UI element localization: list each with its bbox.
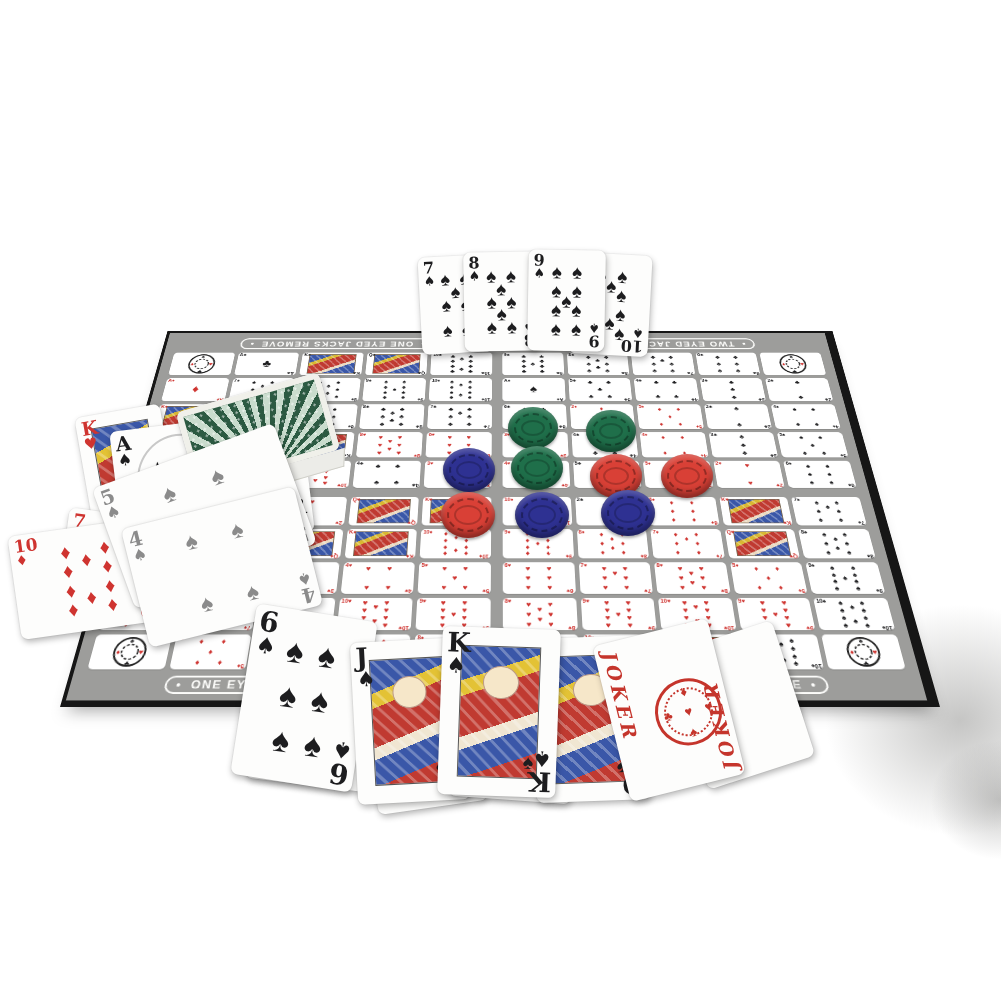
cell-index: A♦ bbox=[168, 379, 175, 383]
pip: ♦ bbox=[696, 549, 701, 556]
pip: ♣ bbox=[717, 368, 723, 373]
pip: ♠ bbox=[793, 659, 799, 667]
board-cell-r1c1[interactable]: ♠♥♣♦ bbox=[168, 353, 235, 375]
board-cell-r2c7[interactable]: 5♣5♣♣♣♣♣♣ bbox=[568, 378, 632, 401]
cell-index: 7♦ bbox=[244, 624, 252, 629]
cell-index: 3♣ bbox=[701, 379, 708, 383]
cell-index: 4♦ bbox=[700, 453, 706, 457]
cell-index: 8♥ bbox=[360, 433, 367, 437]
pip: ♥ bbox=[397, 442, 402, 448]
pip: ♠ bbox=[331, 414, 336, 420]
pip-area: ♥♥♥♥♥♥♥♥ bbox=[367, 434, 413, 456]
board-cell-r7c8[interactable]: 7♦7♦♦♦♦♦♦♦♦ bbox=[650, 529, 724, 559]
pip: ♠ bbox=[846, 549, 852, 556]
cell-index: 8♥ bbox=[414, 453, 421, 457]
pip: ♣ bbox=[798, 394, 804, 399]
board-cell-r1c10[interactable]: ♠♥♣♦ bbox=[760, 353, 827, 375]
pip: ♥ bbox=[677, 565, 683, 572]
chip-blue-r5c5[interactable] bbox=[443, 448, 495, 492]
joker-emblem-suit: ♣ bbox=[662, 708, 674, 725]
pip: ♣ bbox=[604, 361, 609, 366]
board-cell-r8c6[interactable]: 6♥6♥♥♥♥♥♥♥ bbox=[503, 562, 576, 593]
pip: ♥ bbox=[678, 574, 684, 581]
svg-text:♣: ♣ bbox=[792, 369, 798, 374]
joker-emblem-suit: ♠ bbox=[688, 724, 698, 740]
cell-index: 8♠ bbox=[800, 530, 807, 535]
pip: ♠ bbox=[506, 266, 516, 285]
board-cell-r4c10[interactable]: 5♠5♠♠♠♠♠♠ bbox=[777, 432, 848, 458]
pip: ♠ bbox=[810, 442, 815, 448]
pip: ♥ bbox=[467, 434, 472, 440]
cell-index: 7♠ bbox=[793, 498, 800, 503]
pip: ♣ bbox=[730, 387, 736, 392]
board-cell-r2c8[interactable]: 4♣4♣♣♣♣♣ bbox=[634, 378, 700, 401]
pip: ♠ bbox=[198, 591, 215, 616]
pip: ♥ bbox=[624, 584, 630, 591]
cell-index: 3♥ bbox=[427, 462, 434, 466]
pip-area: ♣♣♣♣♣♣♣ bbox=[438, 406, 481, 427]
cell-index: 9♦ bbox=[565, 553, 571, 558]
pip: ♠ bbox=[159, 480, 179, 507]
pip: ♥ bbox=[547, 574, 552, 581]
pip: ♣ bbox=[448, 406, 453, 411]
board-cell-r2c9[interactable]: 3♣3♣♣♣♣ bbox=[700, 378, 767, 401]
pip: ♥ bbox=[605, 621, 611, 629]
cell-index: 6♠ bbox=[347, 424, 353, 428]
board-cell-r8c7[interactable]: 7♥7♥♥♥♥♥♥♥♥ bbox=[578, 562, 653, 593]
pip: ♣ bbox=[736, 422, 742, 428]
card-corner-index: K♠ bbox=[446, 630, 471, 677]
pip: ♠ bbox=[325, 390, 330, 395]
cell-index: A♣ bbox=[239, 353, 247, 357]
pip: ♥ bbox=[442, 565, 447, 572]
cell-index: 5♦ bbox=[237, 663, 245, 669]
pip: ♠ bbox=[552, 262, 562, 281]
board-cell-r9c7[interactable]: 9♥9♥♥♥♥♥♥♥♥♥♥ bbox=[580, 598, 657, 631]
cell-index: 10♥ bbox=[660, 599, 671, 604]
cell-index: 10♦ bbox=[423, 530, 433, 535]
board-cell-r4c8[interactable]: 4♦4♦♦♦♦♦ bbox=[640, 432, 709, 458]
board-cell-r3c8[interactable]: 5♦5♦♦♦♦♦♦ bbox=[637, 404, 704, 428]
card-corner-index: 4♠ bbox=[127, 529, 149, 565]
pip: ♣ bbox=[728, 379, 734, 384]
board-cell-r1c7[interactable]: 8♣8♣♣♣♣♣♣♣♣♣ bbox=[567, 353, 630, 375]
pip-area: ♣♣♣♣♣ bbox=[578, 380, 621, 400]
pip: ♠ bbox=[449, 395, 453, 400]
pip-area: ♦♦♦♦♦♦♦ bbox=[662, 531, 712, 556]
pip: ♥ bbox=[373, 603, 379, 610]
cell-index: 5♣ bbox=[574, 462, 581, 466]
board-cell-r9c9[interactable]: 9♥9♥♥♥♥♥♥♥♥♥♥ bbox=[736, 598, 816, 631]
pip: ♥ bbox=[447, 434, 452, 440]
pip: ♣ bbox=[468, 369, 473, 374]
cell-index: 8♣ bbox=[363, 405, 370, 409]
pip: ♣ bbox=[653, 380, 658, 385]
board-cell-r7c9[interactable]: Q♥Q♥ bbox=[724, 529, 800, 559]
cell-index: 10♠ bbox=[882, 624, 894, 629]
board-cell-r2c4[interactable]: 9♠9♠♠♠♠♠♠♠♠♠♠ bbox=[362, 378, 426, 401]
board-cell-r5c9[interactable]: 2♥2♥♥♥ bbox=[713, 461, 785, 488]
svg-text:♦: ♦ bbox=[190, 361, 195, 366]
pip: ♥ bbox=[601, 565, 606, 572]
pip: ♣ bbox=[587, 368, 592, 373]
pip: ♠ bbox=[440, 271, 450, 289]
face-card-art bbox=[353, 531, 409, 556]
pip: ♠ bbox=[604, 314, 615, 334]
cell-index: 5♦ bbox=[732, 563, 739, 568]
board-cell-r1c4[interactable]: Q♣Q♣ bbox=[365, 353, 428, 375]
pip: ♠ bbox=[825, 503, 831, 509]
board-cell-r3c4[interactable]: 8♣8♣♣♣♣♣♣♣♣♣ bbox=[359, 404, 425, 428]
cell-index: 9♠ bbox=[808, 563, 816, 568]
cell-index: 8♣ bbox=[568, 353, 574, 357]
cell-index: 5♠ bbox=[840, 453, 847, 457]
svg-text:♠: ♠ bbox=[201, 354, 206, 359]
board-cell-r3c5[interactable]: 7♣7♣♣♣♣♣♣♣♣ bbox=[427, 404, 492, 428]
pip: ♦ bbox=[610, 536, 615, 543]
cell-index: 2♥ bbox=[776, 483, 783, 487]
pip-area: ♠♠♠♠♠♠♠ bbox=[803, 499, 855, 523]
ace-pip: ♠ bbox=[530, 384, 537, 396]
pip: ♠ bbox=[807, 471, 813, 477]
chip-blue-r6c6[interactable] bbox=[515, 492, 569, 538]
pip: ♣ bbox=[588, 380, 593, 385]
cell-index: 6♥ bbox=[505, 563, 512, 568]
cell-index: 5♦ bbox=[798, 588, 806, 593]
cell-index: Q♥ bbox=[726, 530, 735, 535]
cell-index: 4♣ bbox=[635, 379, 642, 383]
pip: ♠ bbox=[244, 579, 261, 604]
pip: ♦ bbox=[221, 638, 227, 646]
face-card-art bbox=[727, 499, 784, 523]
pip: ♦ bbox=[454, 547, 458, 554]
cell-index: 4♠ bbox=[773, 405, 780, 409]
pip: ♠ bbox=[561, 291, 571, 310]
pip: ♠ bbox=[507, 317, 517, 336]
cell-index: 5♦ bbox=[638, 405, 644, 409]
board-cell-r6c8[interactable]: 6♦6♦♦♦♦♦♦♦ bbox=[647, 497, 719, 525]
pip: ♦ bbox=[443, 550, 447, 557]
pip: ♦ bbox=[80, 548, 93, 569]
pip: ♥ bbox=[526, 610, 531, 617]
pip: ♦ bbox=[546, 550, 550, 557]
cell-index: 2♣ bbox=[767, 379, 774, 383]
board-cell-r6c4[interactable]: Q♥Q♥ bbox=[348, 497, 419, 525]
cell-index: K♦ bbox=[349, 530, 357, 535]
top-left-rule-oval: ONE EYED JACKS REMOVE bbox=[239, 338, 434, 349]
cell-index: Q♣ bbox=[418, 371, 426, 375]
face-card-art bbox=[733, 531, 792, 556]
pip: ♠ bbox=[551, 300, 561, 319]
board-cell-r8c8[interactable]: 8♥8♥♥♥♥♥♥♥♥♥ bbox=[654, 562, 730, 593]
cell-index: 3♥ bbox=[327, 588, 335, 593]
pip-area: ♦♦♦♦ bbox=[651, 434, 698, 456]
board-cell-r8c5[interactable]: 5♥5♥♥♥♥♥♥ bbox=[418, 562, 491, 593]
pip: ♦ bbox=[694, 531, 699, 538]
cell-index: 4♥ bbox=[405, 588, 412, 593]
board-cell-r8c10[interactable]: 9♠9♠♠♠♠♠♠♠♠♠♠ bbox=[806, 562, 886, 593]
pip-area: ♦♦♦♦♦ bbox=[742, 565, 795, 592]
pip: ♠ bbox=[798, 434, 803, 440]
pip: ♥ bbox=[526, 574, 531, 581]
pip: ♠ bbox=[486, 292, 496, 311]
pip: ♠ bbox=[392, 387, 396, 392]
board-cell-r1c5[interactable]: 10♣10♣♣♣♣♣♣♣♣♣♣♣ bbox=[431, 353, 493, 375]
board-cell-r9c10[interactable]: 10♠10♠♠♠♠♠♠♠♠♠♠♠ bbox=[813, 598, 895, 631]
pip: ♥ bbox=[546, 565, 551, 572]
pip: ♠ bbox=[805, 463, 810, 469]
pip-area: ♣♣ bbox=[715, 406, 762, 427]
chip-green-r4c7[interactable] bbox=[586, 410, 636, 452]
pip: ♦ bbox=[621, 540, 626, 547]
board-cell-r4c9[interactable]: 3♣3♣♣♣♣ bbox=[708, 432, 778, 458]
pip: ♣ bbox=[650, 354, 655, 359]
pip: ♠ bbox=[252, 380, 257, 385]
pip: ♠ bbox=[487, 318, 497, 337]
pip: ♦ bbox=[676, 549, 681, 556]
cell-index: 2♦ bbox=[571, 405, 577, 409]
board-cell-r1c9[interactable]: 6♣6♣♣♣♣♣♣♣ bbox=[695, 353, 760, 375]
pip: ♥ bbox=[537, 605, 542, 612]
pip: ♥ bbox=[377, 450, 382, 456]
cell-index: 10♠ bbox=[432, 379, 441, 383]
pip-area: ♣♣ bbox=[776, 380, 823, 400]
pip: ♥ bbox=[388, 438, 393, 444]
svg-text:♦: ♦ bbox=[116, 648, 122, 655]
pip: ♣ bbox=[674, 394, 679, 399]
pip: ♥ bbox=[447, 442, 452, 448]
pip: ♣ bbox=[375, 463, 381, 469]
pip: ♣ bbox=[467, 414, 472, 420]
pip: ♥ bbox=[387, 446, 392, 452]
cell-index: 10♦ bbox=[480, 553, 490, 558]
pip: ♠ bbox=[825, 463, 831, 469]
pip-area: ♣♣♣♣♣♣♣♣♣♣ bbox=[441, 354, 482, 373]
cell-index: 8♣ bbox=[415, 424, 422, 428]
cell-index: 3♣ bbox=[710, 433, 717, 437]
board-cell-r3c9[interactable]: 2♣2♣♣♣ bbox=[704, 404, 772, 428]
cell-index: K♦ bbox=[406, 553, 414, 558]
pip: ♥ bbox=[466, 442, 471, 448]
pip: ♥ bbox=[548, 620, 553, 628]
pip-area: ♥♥♥♥♥♥ bbox=[515, 565, 564, 592]
pip: ♠ bbox=[228, 518, 245, 543]
cell-index: 9♦ bbox=[504, 530, 510, 535]
cell-index: 6♠ bbox=[848, 483, 855, 487]
board-cell-r2c5[interactable]: 10♠10♠♠♠♠♠♠♠♠♠♠♠ bbox=[429, 378, 492, 401]
board-cell-r1c3[interactable]: K♣K♣ bbox=[299, 353, 363, 375]
board-cell-r2c1[interactable]: A♦A♦♦ bbox=[161, 378, 229, 401]
cell-index: 9♠ bbox=[875, 588, 883, 593]
pip-area: ♣♣♣♣ bbox=[364, 463, 411, 486]
card-corner-index: 10♦ bbox=[13, 537, 40, 569]
chip-blue-r6c7[interactable] bbox=[601, 490, 655, 536]
cell-index: 4♣ bbox=[411, 483, 418, 487]
cell-index: 10♥ bbox=[723, 624, 734, 629]
pip: ♠ bbox=[810, 406, 815, 411]
pip: ♠ bbox=[827, 471, 833, 477]
pip: ♠ bbox=[496, 279, 506, 298]
pip: ♣ bbox=[399, 414, 404, 420]
pip: ♠ bbox=[821, 450, 826, 456]
pip: ♥ bbox=[547, 584, 552, 591]
pip: ♥ bbox=[364, 584, 370, 591]
svg-text:♥: ♥ bbox=[209, 361, 214, 366]
pip: ♦ bbox=[695, 540, 700, 547]
cell-index: 10♥ bbox=[341, 599, 352, 604]
card-corner-index: 10♠ bbox=[620, 324, 644, 352]
joker-emblem-suit: ♦ bbox=[678, 683, 688, 699]
pip: ♦ bbox=[753, 565, 758, 572]
card-9S[interactable]: 9♠9♠♠♠♠♠♠♠♠♠♠ bbox=[527, 249, 606, 351]
pip: ♠ bbox=[829, 479, 835, 485]
chip-green-r5c6[interactable] bbox=[511, 446, 563, 490]
svg-text:♠: ♠ bbox=[130, 638, 136, 645]
pip: ♦ bbox=[684, 536, 689, 543]
pip: ♠ bbox=[309, 683, 331, 718]
cell-index: Q♣ bbox=[369, 353, 377, 357]
cell-index: 6♣ bbox=[697, 353, 704, 357]
pip: ♦ bbox=[766, 574, 772, 581]
ace-pip: ♦ bbox=[191, 384, 201, 396]
board-cell-r6c10[interactable]: 7♠7♠♠♠♠♠♠♠♠ bbox=[791, 497, 867, 525]
pip: ♥ bbox=[548, 600, 553, 607]
pip: ♣ bbox=[459, 356, 464, 361]
board-cell-r1c6[interactable]: 9♣9♣♣♣♣♣♣♣♣♣♣ bbox=[502, 353, 564, 375]
pip: ♠ bbox=[571, 319, 581, 338]
pip: ♦ bbox=[670, 508, 675, 514]
board-cell-r9c6[interactable]: 8♥8♥♥♥♥♥♥♥♥♥ bbox=[503, 598, 578, 631]
cell-index: 4♠ bbox=[832, 424, 839, 428]
pip: ♦ bbox=[106, 594, 119, 615]
pip: ♣ bbox=[651, 361, 656, 366]
pip: ♦ bbox=[621, 549, 626, 556]
pip: ♥ bbox=[525, 565, 530, 572]
table-shadow-blob-small bbox=[930, 740, 1001, 860]
pip: ♥ bbox=[396, 450, 401, 456]
pip: ♣ bbox=[715, 354, 720, 359]
pip: ♦ bbox=[657, 406, 661, 411]
pip: ♠ bbox=[551, 281, 561, 300]
pip: ♥ bbox=[701, 584, 707, 591]
pip: ♥ bbox=[385, 584, 390, 591]
card-corner-index: 7♠ bbox=[423, 261, 436, 289]
cell-index: 4♥ bbox=[345, 563, 352, 568]
pip: ♥ bbox=[690, 579, 696, 586]
cell-index: 7♥ bbox=[644, 588, 651, 593]
board-cell-r4c4[interactable]: 8♥8♥♥♥♥♥♥♥♥♥ bbox=[356, 432, 423, 458]
pip: ♦ bbox=[680, 434, 685, 440]
pip: ♣ bbox=[794, 379, 800, 384]
pip: ♣ bbox=[467, 421, 472, 427]
cell-index: 10♠ bbox=[482, 397, 491, 401]
board-cell-r8c4[interactable]: 4♥4♥♥♥♥♥ bbox=[340, 562, 415, 593]
pip: ♥ bbox=[526, 620, 531, 628]
pip-area: ♣♣♣♣♣♣♣♣ bbox=[577, 354, 619, 373]
svg-text:♦: ♦ bbox=[849, 648, 855, 655]
pip: ♠ bbox=[826, 549, 832, 556]
pip: ♠ bbox=[864, 621, 870, 629]
pip-area: ♠♠♠♠♠ bbox=[788, 434, 837, 456]
pip: ♠ bbox=[836, 508, 842, 514]
cell-index: 7♦ bbox=[652, 530, 659, 535]
chip-red-r5c8[interactable] bbox=[661, 454, 713, 498]
pip: ♦ bbox=[668, 414, 672, 420]
board-cell-r6c9[interactable]: K♥K♥ bbox=[719, 497, 793, 525]
pip: ♥ bbox=[378, 434, 383, 440]
pip: ♠ bbox=[853, 617, 859, 625]
cell-index: 5♦ bbox=[645, 462, 651, 466]
board-cell-r2c6[interactable]: A♠A♠♠ bbox=[502, 378, 565, 401]
cell-index: 4♣ bbox=[630, 453, 637, 457]
pip: ♠ bbox=[450, 283, 460, 301]
cell-index: 9♠ bbox=[418, 397, 424, 401]
board-cell-r5c10[interactable]: 6♠6♠♠♠♠♠♠♠ bbox=[783, 461, 856, 488]
card-corner-index: K♥ bbox=[80, 419, 102, 454]
board-cell-r10c10[interactable]: ♠♥♣♦ bbox=[822, 635, 906, 670]
pip: ♣ bbox=[742, 450, 748, 456]
pip: ♣ bbox=[733, 406, 739, 411]
pip: ♥ bbox=[688, 570, 694, 577]
pip: ♣ bbox=[450, 369, 455, 374]
pip: ♠ bbox=[316, 639, 338, 674]
cell-index: 8♣ bbox=[621, 371, 628, 375]
cell-index: 5♦ bbox=[696, 424, 702, 428]
pip: ♣ bbox=[596, 365, 601, 370]
pip: ♠ bbox=[817, 434, 822, 440]
pip: ♦ bbox=[208, 648, 214, 656]
pip: ♠ bbox=[844, 540, 850, 547]
cell-index: 3♣ bbox=[769, 453, 777, 457]
cell-index: 9♥ bbox=[738, 599, 746, 604]
pip: ♥ bbox=[548, 610, 553, 617]
cell-index: 5♠ bbox=[779, 433, 786, 437]
board-cell-r3c10[interactable]: 4♠4♠♠♠♠♠ bbox=[771, 404, 841, 428]
pip-area: ♥♥ bbox=[724, 463, 773, 486]
pip: ♦ bbox=[659, 421, 663, 427]
board-cell-r5c4[interactable]: 4♣4♣♣♣♣♣ bbox=[352, 461, 421, 488]
board-cell-r7c10[interactable]: 8♠8♠♠♠♠♠♠♠♠♠ bbox=[798, 529, 876, 559]
card-corner-index: J♠ bbox=[355, 646, 376, 691]
pip: ♣ bbox=[540, 369, 545, 374]
pip: ♠ bbox=[336, 380, 340, 385]
card-corner-index: 5♠ bbox=[98, 486, 123, 523]
pip: ♠ bbox=[606, 276, 617, 296]
ace-pip: ♣ bbox=[261, 358, 272, 369]
pip-area: ♣♣♣ bbox=[710, 380, 756, 400]
pip: ♠ bbox=[468, 395, 472, 400]
pip: ♣ bbox=[734, 361, 740, 366]
pip: ♣ bbox=[655, 394, 660, 399]
joker-emblem-suit: ♥ bbox=[683, 703, 694, 719]
board-cell-r8c9[interactable]: 5♦5♦♦♦♦♦♦ bbox=[730, 562, 808, 593]
chip-green-r4c6[interactable] bbox=[508, 407, 558, 449]
chip-red-r6c5[interactable] bbox=[441, 492, 495, 538]
pip: ♦ bbox=[600, 540, 605, 547]
card-KS[interactable]: K♠K♠♠ bbox=[437, 626, 561, 798]
pip: ♠ bbox=[818, 516, 824, 523]
board-cell-r2c10[interactable]: 2♣2♣♣♣ bbox=[765, 378, 833, 401]
board-cell-r1c2[interactable]: A♣A♣♣ bbox=[234, 353, 299, 375]
cell-index: 10♥ bbox=[399, 624, 410, 629]
pip: ♣ bbox=[522, 369, 527, 374]
pip: ♥ bbox=[615, 610, 621, 617]
pip: ♥ bbox=[526, 584, 531, 591]
cell-index: 7♣ bbox=[687, 371, 694, 375]
board-cell-r7c4[interactable]: K♦K♦ bbox=[344, 529, 417, 559]
pip: ♦ bbox=[671, 516, 676, 523]
pip: ♠ bbox=[572, 263, 582, 282]
